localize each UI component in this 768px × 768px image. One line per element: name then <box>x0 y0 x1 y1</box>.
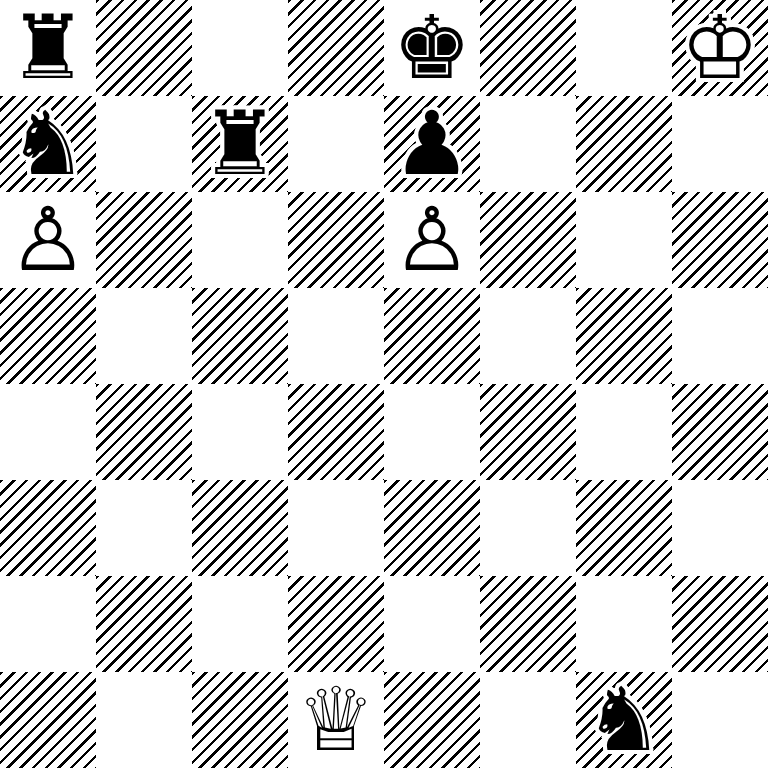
square-a7[interactable]: ♞♞ <box>0 96 96 192</box>
square-h3[interactable] <box>672 480 768 576</box>
square-d2[interactable] <box>288 576 384 672</box>
square-g6[interactable] <box>576 192 672 288</box>
square-c5[interactable] <box>192 288 288 384</box>
square-f6[interactable] <box>480 192 576 288</box>
square-a6[interactable]: ♟♙ <box>0 192 96 288</box>
square-b8[interactable] <box>96 0 192 96</box>
square-g2[interactable] <box>576 576 672 672</box>
square-b7[interactable] <box>96 96 192 192</box>
square-d3[interactable] <box>288 480 384 576</box>
square-f3[interactable] <box>480 480 576 576</box>
piece-halo: ♞ <box>576 672 672 768</box>
piece-halo: ♚ <box>672 0 768 96</box>
piece-halo: ♚ <box>384 0 480 96</box>
square-a8[interactable]: ♜♜ <box>0 0 96 96</box>
piece-white-pawn[interactable]: ♙ <box>384 192 480 288</box>
square-h5[interactable] <box>672 288 768 384</box>
piece-halo: ♞ <box>0 96 96 192</box>
square-e6[interactable]: ♟♙ <box>384 192 480 288</box>
square-e5[interactable] <box>384 288 480 384</box>
square-c4[interactable] <box>192 384 288 480</box>
square-c7[interactable]: ♜♜ <box>192 96 288 192</box>
square-h2[interactable] <box>672 576 768 672</box>
square-d6[interactable] <box>288 192 384 288</box>
square-f8[interactable] <box>480 0 576 96</box>
square-g4[interactable] <box>576 384 672 480</box>
square-f5[interactable] <box>480 288 576 384</box>
square-a4[interactable] <box>0 384 96 480</box>
piece-white-queen[interactable]: ♕ <box>288 672 384 768</box>
piece-black-rook[interactable]: ♜ <box>192 96 288 192</box>
square-a2[interactable] <box>0 576 96 672</box>
piece-halo: ♟ <box>384 96 480 192</box>
piece-halo: ♟ <box>0 192 96 288</box>
square-h4[interactable] <box>672 384 768 480</box>
square-e3[interactable] <box>384 480 480 576</box>
square-b3[interactable] <box>96 480 192 576</box>
piece-halo: ♟ <box>384 192 480 288</box>
piece-black-pawn[interactable]: ♟ <box>384 96 480 192</box>
square-a1[interactable] <box>0 672 96 768</box>
square-h8[interactable]: ♚♔ <box>672 0 768 96</box>
square-c1[interactable] <box>192 672 288 768</box>
square-f7[interactable] <box>480 96 576 192</box>
square-g3[interactable] <box>576 480 672 576</box>
piece-black-king[interactable]: ♚ <box>384 0 480 96</box>
square-g8[interactable] <box>576 0 672 96</box>
square-d1[interactable]: ♛♕ <box>288 672 384 768</box>
square-c8[interactable] <box>192 0 288 96</box>
chess-board: ♜♜♚♚♚♔♞♞♜♜♟♟♟♙♟♙♛♕♞♞ <box>0 0 768 768</box>
square-f4[interactable] <box>480 384 576 480</box>
piece-black-rook[interactable]: ♜ <box>0 0 96 96</box>
square-d7[interactable] <box>288 96 384 192</box>
square-c6[interactable] <box>192 192 288 288</box>
square-c3[interactable] <box>192 480 288 576</box>
square-d4[interactable] <box>288 384 384 480</box>
piece-halo: ♜ <box>192 96 288 192</box>
piece-halo: ♛ <box>288 672 384 768</box>
square-b6[interactable] <box>96 192 192 288</box>
square-e7[interactable]: ♟♟ <box>384 96 480 192</box>
square-e1[interactable] <box>384 672 480 768</box>
square-f1[interactable] <box>480 672 576 768</box>
square-d8[interactable] <box>288 0 384 96</box>
square-g1[interactable]: ♞♞ <box>576 672 672 768</box>
square-b1[interactable] <box>96 672 192 768</box>
square-e8[interactable]: ♚♚ <box>384 0 480 96</box>
piece-white-king[interactable]: ♔ <box>672 0 768 96</box>
square-f2[interactable] <box>480 576 576 672</box>
square-b4[interactable] <box>96 384 192 480</box>
square-c2[interactable] <box>192 576 288 672</box>
square-h6[interactable] <box>672 192 768 288</box>
piece-black-knight[interactable]: ♞ <box>576 672 672 768</box>
piece-black-knight[interactable]: ♞ <box>0 96 96 192</box>
piece-white-pawn[interactable]: ♙ <box>0 192 96 288</box>
square-d5[interactable] <box>288 288 384 384</box>
square-h7[interactable] <box>672 96 768 192</box>
square-b5[interactable] <box>96 288 192 384</box>
square-a3[interactable] <box>0 480 96 576</box>
piece-halo: ♜ <box>0 0 96 96</box>
square-g5[interactable] <box>576 288 672 384</box>
square-e4[interactable] <box>384 384 480 480</box>
square-e2[interactable] <box>384 576 480 672</box>
square-h1[interactable] <box>672 672 768 768</box>
square-g7[interactable] <box>576 96 672 192</box>
square-a5[interactable] <box>0 288 96 384</box>
square-b2[interactable] <box>96 576 192 672</box>
